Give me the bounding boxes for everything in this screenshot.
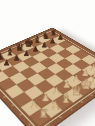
piece-white-pawn: ♟: [29, 101, 38, 111]
rank-label-3: 3: [10, 104, 14, 108]
chess-board: abcdefgh 12345678 ♜♞♝♛♚♝♞♜♟♟♟♟♟♟♟♟♟♟♟♟♟♟…: [0, 27, 95, 126]
rank-label-1: 1: [27, 122, 32, 126]
square-e3: [55, 69, 73, 81]
rank-label-2: 2: [18, 113, 22, 117]
file-label-b: b: [58, 115, 64, 120]
rank-label-4: 4: [2, 95, 6, 98]
chess-set-photo: abcdefgh 12345678 ♜♞♝♛♚♝♞♜♟♟♟♟♟♟♟♟♟♟♟♟♟♟…: [0, 0, 95, 126]
piece-white-pawn: ♟: [81, 69, 89, 77]
board-scene: abcdefgh 12345678 ♜♞♝♛♚♝♞♜♟♟♟♟♟♟♟♟♟♟♟♟♟♟…: [0, 12, 95, 124]
